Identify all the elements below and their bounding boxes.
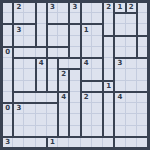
grid-cell[interactable] bbox=[103, 58, 114, 69]
grid-cell[interactable] bbox=[24, 114, 35, 125]
grid-cell[interactable] bbox=[114, 24, 125, 35]
grid-cell[interactable] bbox=[24, 92, 35, 103]
grid-cell[interactable] bbox=[47, 81, 58, 92]
grid-cell[interactable] bbox=[126, 92, 137, 103]
grid-cell[interactable] bbox=[36, 114, 47, 125]
grid-cell[interactable] bbox=[47, 13, 58, 24]
grid-cell[interactable] bbox=[47, 47, 58, 58]
grid-cell[interactable] bbox=[2, 24, 13, 35]
grid-cell[interactable] bbox=[58, 2, 69, 13]
grid-cell[interactable] bbox=[2, 114, 13, 125]
grid-cell[interactable] bbox=[47, 2, 58, 13]
grid-cell[interactable] bbox=[58, 47, 69, 58]
grid-cell[interactable] bbox=[81, 114, 92, 125]
grid-cell[interactable] bbox=[81, 103, 92, 114]
grid-cell[interactable] bbox=[81, 13, 92, 24]
grid-cell[interactable] bbox=[24, 13, 35, 24]
grid-cell[interactable] bbox=[24, 137, 35, 148]
grid-cell[interactable] bbox=[69, 103, 80, 114]
grid-cell[interactable] bbox=[81, 92, 92, 103]
grid-cell[interactable] bbox=[114, 92, 125, 103]
grid-cell[interactable] bbox=[24, 36, 35, 47]
grid-cell[interactable] bbox=[69, 47, 80, 58]
grid-cell[interactable] bbox=[13, 2, 24, 13]
grid-cell[interactable] bbox=[58, 36, 69, 47]
grid-cell[interactable] bbox=[114, 47, 125, 58]
grid-cell[interactable] bbox=[13, 92, 24, 103]
grid-cell[interactable] bbox=[13, 47, 24, 58]
grid-cell[interactable] bbox=[36, 126, 47, 137]
grid-cell[interactable] bbox=[2, 137, 13, 148]
grid-cell[interactable] bbox=[13, 103, 24, 114]
grid-cell[interactable] bbox=[69, 126, 80, 137]
grid-cell[interactable] bbox=[58, 58, 69, 69]
grid-cell[interactable] bbox=[81, 58, 92, 69]
grid-cell[interactable] bbox=[69, 69, 80, 80]
grid-cell[interactable] bbox=[126, 58, 137, 69]
grid-cell[interactable] bbox=[2, 81, 13, 92]
grid-cell[interactable] bbox=[137, 103, 148, 114]
grid-cell[interactable] bbox=[126, 126, 137, 137]
grid-cell[interactable] bbox=[137, 47, 148, 58]
grid-cell[interactable] bbox=[81, 36, 92, 47]
grid-cell[interactable] bbox=[47, 92, 58, 103]
grid-cell[interactable] bbox=[13, 81, 24, 92]
grid-cell[interactable] bbox=[92, 58, 103, 69]
grid-cell[interactable] bbox=[103, 126, 114, 137]
grid-cell[interactable] bbox=[92, 81, 103, 92]
grid-cell[interactable] bbox=[13, 24, 24, 35]
grid-cell[interactable] bbox=[2, 103, 13, 114]
grid-cell[interactable] bbox=[126, 13, 137, 24]
grid-cell[interactable] bbox=[103, 13, 114, 24]
grid-cell[interactable] bbox=[103, 47, 114, 58]
puzzle-board[interactable]: 233212310443214240331 bbox=[0, 0, 150, 150]
grid-cell[interactable] bbox=[69, 13, 80, 24]
grid-cell[interactable] bbox=[137, 58, 148, 69]
grid-cell[interactable] bbox=[36, 92, 47, 103]
grid-cell[interactable] bbox=[92, 24, 103, 35]
grid-cell[interactable] bbox=[92, 126, 103, 137]
grid-cell[interactable] bbox=[36, 69, 47, 80]
grid-cell[interactable] bbox=[58, 126, 69, 137]
grid-cell[interactable] bbox=[103, 69, 114, 80]
grid-cell[interactable] bbox=[24, 69, 35, 80]
grid-cell[interactable] bbox=[92, 137, 103, 148]
grid-cell[interactable] bbox=[58, 103, 69, 114]
grid-cell[interactable] bbox=[92, 47, 103, 58]
grid-cell[interactable] bbox=[103, 92, 114, 103]
grid-cell[interactable] bbox=[92, 13, 103, 24]
grid-cell[interactable] bbox=[58, 13, 69, 24]
grid-cell[interactable] bbox=[69, 24, 80, 35]
grid-cell[interactable] bbox=[69, 36, 80, 47]
grid-cell[interactable] bbox=[2, 13, 13, 24]
grid-cell[interactable] bbox=[13, 13, 24, 24]
grid-cell[interactable] bbox=[103, 24, 114, 35]
grid-cell[interactable] bbox=[81, 126, 92, 137]
grid-cell[interactable] bbox=[103, 103, 114, 114]
grid-cell[interactable] bbox=[126, 103, 137, 114]
grid-cell[interactable] bbox=[36, 24, 47, 35]
grid-cell[interactable] bbox=[36, 81, 47, 92]
grid-cell[interactable] bbox=[92, 69, 103, 80]
grid-cell[interactable] bbox=[36, 137, 47, 148]
grid-cell[interactable] bbox=[58, 69, 69, 80]
grid-cell[interactable] bbox=[92, 114, 103, 125]
grid-cell[interactable] bbox=[2, 126, 13, 137]
grid-cell[interactable] bbox=[24, 103, 35, 114]
grid-cell[interactable] bbox=[103, 2, 114, 13]
grid-cell[interactable] bbox=[36, 58, 47, 69]
grid-cell[interactable] bbox=[47, 114, 58, 125]
grid-cell[interactable] bbox=[69, 114, 80, 125]
grid-cell[interactable] bbox=[126, 2, 137, 13]
grid-cell[interactable] bbox=[126, 47, 137, 58]
grid-cell[interactable] bbox=[2, 69, 13, 80]
grid-cell[interactable] bbox=[92, 36, 103, 47]
grid-cell[interactable] bbox=[2, 36, 13, 47]
grid-cell[interactable] bbox=[114, 114, 125, 125]
grid-cell[interactable] bbox=[114, 81, 125, 92]
grid-cell[interactable] bbox=[114, 69, 125, 80]
grid-cell[interactable] bbox=[126, 137, 137, 148]
grid-cell[interactable] bbox=[13, 126, 24, 137]
grid-cell[interactable] bbox=[2, 47, 13, 58]
grid-cell[interactable] bbox=[137, 36, 148, 47]
grid-cell[interactable] bbox=[2, 92, 13, 103]
grid-cell[interactable] bbox=[13, 58, 24, 69]
grid-cell[interactable] bbox=[114, 13, 125, 24]
grid-cell[interactable] bbox=[92, 92, 103, 103]
grid-cell[interactable] bbox=[137, 137, 148, 148]
grid-cell[interactable] bbox=[24, 126, 35, 137]
grid-cell[interactable] bbox=[58, 137, 69, 148]
grid-cell[interactable] bbox=[126, 69, 137, 80]
grid-cell[interactable] bbox=[137, 24, 148, 35]
grid-cell[interactable] bbox=[81, 81, 92, 92]
grid-cell[interactable] bbox=[24, 47, 35, 58]
grid-cell[interactable] bbox=[2, 58, 13, 69]
grid-cell[interactable] bbox=[81, 137, 92, 148]
grid-cell[interactable] bbox=[92, 2, 103, 13]
grid-cell[interactable] bbox=[126, 81, 137, 92]
grid-cell[interactable] bbox=[13, 69, 24, 80]
grid-cell[interactable] bbox=[114, 36, 125, 47]
grid-cell[interactable] bbox=[58, 24, 69, 35]
grid-cell[interactable] bbox=[58, 114, 69, 125]
grid-cell[interactable] bbox=[47, 137, 58, 148]
grid-cell[interactable] bbox=[137, 2, 148, 13]
grid-cell[interactable] bbox=[81, 2, 92, 13]
grid-cell[interactable] bbox=[13, 114, 24, 125]
grid-cell[interactable] bbox=[36, 47, 47, 58]
grid-cell[interactable] bbox=[13, 137, 24, 148]
grid-cell[interactable] bbox=[137, 114, 148, 125]
grid-cell[interactable] bbox=[36, 103, 47, 114]
grid-cell[interactable] bbox=[69, 81, 80, 92]
grid-cell[interactable] bbox=[137, 69, 148, 80]
grid-cell[interactable] bbox=[137, 81, 148, 92]
grid-cell[interactable] bbox=[114, 2, 125, 13]
grid-cell[interactable] bbox=[137, 13, 148, 24]
grid-cell[interactable] bbox=[24, 81, 35, 92]
grid-cell[interactable] bbox=[58, 81, 69, 92]
grid-cell[interactable] bbox=[47, 24, 58, 35]
grid-cell[interactable] bbox=[126, 114, 137, 125]
grid-cell[interactable] bbox=[58, 92, 69, 103]
grid-cell[interactable] bbox=[137, 126, 148, 137]
grid-cell[interactable] bbox=[126, 36, 137, 47]
grid-cell[interactable] bbox=[36, 13, 47, 24]
grid-cell[interactable] bbox=[47, 58, 58, 69]
grid-cell[interactable] bbox=[24, 58, 35, 69]
grid-cell[interactable] bbox=[24, 2, 35, 13]
grid-cell[interactable] bbox=[103, 137, 114, 148]
grid-cell[interactable] bbox=[114, 103, 125, 114]
grid-cell[interactable] bbox=[36, 2, 47, 13]
grid-cell[interactable] bbox=[24, 24, 35, 35]
grid-cell[interactable] bbox=[47, 103, 58, 114]
grid-cell[interactable] bbox=[81, 69, 92, 80]
grid-cell[interactable] bbox=[103, 114, 114, 125]
grid-cell[interactable] bbox=[69, 92, 80, 103]
grid-cell[interactable] bbox=[36, 36, 47, 47]
grid-cell[interactable] bbox=[114, 126, 125, 137]
grid-cell[interactable] bbox=[103, 36, 114, 47]
grid-cell[interactable] bbox=[2, 2, 13, 13]
grid-cell[interactable] bbox=[137, 92, 148, 103]
grid-cell[interactable] bbox=[92, 103, 103, 114]
grid-cell[interactable] bbox=[13, 36, 24, 47]
grid-cell[interactable] bbox=[114, 137, 125, 148]
grid-cell[interactable] bbox=[69, 137, 80, 148]
grid-cell[interactable] bbox=[103, 81, 114, 92]
grid-cell[interactable] bbox=[126, 24, 137, 35]
grid-cell[interactable] bbox=[47, 126, 58, 137]
grid-cell[interactable] bbox=[69, 58, 80, 69]
grid-cell[interactable] bbox=[47, 36, 58, 47]
grid-cell[interactable] bbox=[47, 69, 58, 80]
grid-cell[interactable] bbox=[81, 24, 92, 35]
grid-cell[interactable] bbox=[114, 58, 125, 69]
grid-cell[interactable] bbox=[69, 2, 80, 13]
grid-cell[interactable] bbox=[81, 47, 92, 58]
